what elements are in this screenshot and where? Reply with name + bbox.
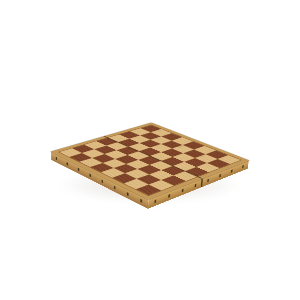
- chess-board: ♜♟♟♜♞♟♟♞♝♟♟♝♛♟♟♛♚♟♟♚♝♟♟♝♞♟♟♞♜♟♟♜: [51, 123, 249, 200]
- scene: ♜♟♟♜♞♟♟♞♝♟♟♝♛♟♟♛♚♟♟♚♝♟♟♝♞♟♟♞♜♟♟♜: [0, 0, 300, 300]
- board-fold-notch: [201, 178, 203, 187]
- chess-set-product-photo: ♜♟♟♜♞♟♟♞♝♟♟♝♛♟♟♛♚♟♟♚♝♟♟♝♞♟♟♞♜♟♟♜: [0, 0, 300, 300]
- white-pawn-icon: ♟: [217, 151, 232, 167]
- black-rook-icon: ♜: [145, 173, 164, 194]
- board-squares: ♜♟♟♜♞♟♟♞♝♟♟♝♛♟♟♛♚♟♟♚♝♟♟♝♞♟♟♞♜♟♟♜: [60, 125, 241, 195]
